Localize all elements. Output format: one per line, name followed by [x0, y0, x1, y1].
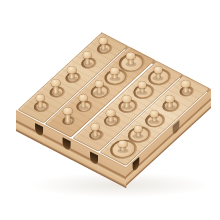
knob-ball — [52, 80, 61, 87]
knob-ball — [91, 124, 100, 131]
knob-ball — [36, 94, 45, 101]
knob-ball — [83, 52, 92, 59]
knob-ball — [134, 126, 143, 133]
knob-ball — [150, 110, 159, 117]
knob-ball — [63, 108, 72, 115]
knob-ball — [181, 80, 190, 87]
block-1-cylinder-2-knob — [51, 80, 60, 94]
knob-ball — [79, 94, 88, 101]
block-2-cylinder-3-knob — [95, 81, 104, 94]
knob-ball — [138, 81, 147, 88]
block-1-cylinder-4-knob — [83, 52, 92, 65]
knob-ball — [67, 66, 76, 73]
block-4-cylinder-2-knob — [134, 126, 143, 137]
block-2-cylinder-4-knob — [110, 67, 119, 79]
block-4-cylinder-1-knob — [118, 140, 127, 151]
knob-ball — [154, 67, 163, 74]
block-2-cylinder-2-knob — [79, 94, 88, 108]
block-4-cylinder-3-knob — [150, 110, 159, 122]
knob-ball — [126, 53, 135, 60]
knob-ball — [107, 109, 116, 116]
block-3-cylinder-2-knob — [106, 109, 115, 122]
block-2-cylinder-1-knob — [63, 108, 72, 123]
block-3-cylinder-5-knob — [154, 67, 163, 79]
knob-ball — [99, 37, 108, 44]
block-2-cylinder-5-knob — [126, 53, 135, 65]
knob-ball — [95, 81, 104, 88]
block-3-cylinder-4-knob — [138, 81, 147, 93]
knob-ball — [118, 140, 127, 147]
block-3-cylinder-1-knob — [91, 124, 100, 137]
block-1-cylinder-3-knob — [67, 66, 76, 79]
block-4-cylinder-4-knob — [165, 96, 174, 108]
block-3-cylinder-3-knob — [122, 96, 131, 108]
block-1-cylinder-5-knob — [99, 37, 108, 50]
block-4-cylinder-5-knob — [181, 80, 190, 93]
knob-ball — [122, 96, 131, 103]
product-photo-montessori-cylinder-blocks — [0, 0, 220, 220]
knob-ball — [111, 67, 120, 74]
cylinder-blocks-top — [16, 32, 211, 167]
block-1-cylinder-1-knob — [36, 94, 45, 108]
knob-ball — [166, 96, 175, 103]
